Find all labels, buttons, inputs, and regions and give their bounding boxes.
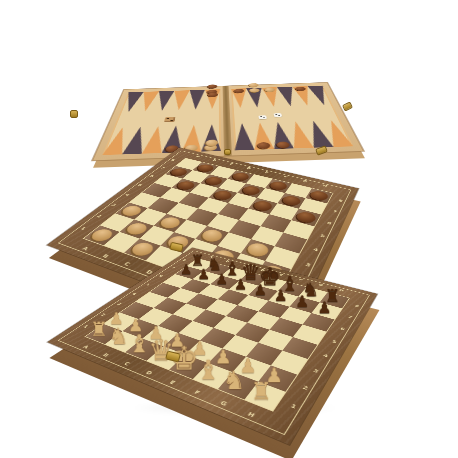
coordinate-label: E: [168, 380, 176, 386]
coordinate-label: E: [279, 274, 284, 277]
coordinate-label: 5: [145, 283, 151, 286]
coordinate-label: G: [302, 180, 308, 183]
coordinate-label: 7: [347, 315, 353, 319]
coordinate-label: 8: [182, 259, 187, 261]
coordinate-label: 4: [124, 193, 130, 196]
backgammon-half-right: [228, 82, 364, 156]
backgammon-half-left: [92, 86, 225, 161]
coordinate-label: 4: [322, 354, 328, 359]
coordinate-label: 5: [331, 340, 337, 344]
backgammon-point: [120, 92, 144, 112]
coordinate-label: 6: [149, 175, 155, 178]
coordinate-label: 2: [100, 313, 107, 317]
coordinate-label: C: [242, 264, 247, 267]
coordinate-label: 7: [170, 267, 175, 270]
coordinate-label: 1: [290, 403, 298, 409]
coordinate-label: C: [123, 262, 131, 267]
coordinate-label: F: [298, 279, 303, 282]
backgammon-point: [233, 123, 254, 151]
coordinate-label: 3: [305, 262, 312, 267]
coordinate-label: 4: [131, 292, 137, 295]
backgammon-checker-brown: [208, 84, 218, 88]
coordinate-label: B: [102, 353, 110, 358]
backgammon-point: [142, 126, 167, 154]
coordinate-label: G: [219, 400, 228, 407]
coordinate-label: 8: [338, 199, 343, 203]
brass-hinge-icon: [342, 101, 353, 111]
coordinate-label: 7: [332, 210, 337, 214]
coordinate-label: F: [283, 175, 288, 178]
coordinate-label: C: [123, 361, 131, 366]
product-photo-stage: AABBCCDDEEFFGGHH8877665544332211 AABBCCD…: [0, 0, 458, 458]
coordinate-label: 7: [160, 167, 165, 170]
backgammon-checker-tan: [248, 83, 258, 87]
coordinate-label: 1: [79, 226, 86, 230]
white-die: [258, 115, 266, 119]
coordinate-label: A: [208, 256, 213, 258]
coordinate-label: 5: [137, 184, 143, 187]
coordinate-label: 2: [302, 385, 309, 391]
coordinate-label: C: [229, 163, 234, 166]
coordinate-label: F: [193, 390, 201, 396]
coordinate-label: 4: [313, 248, 319, 253]
backgammon-field: [231, 86, 353, 151]
coordinate-label: 3: [116, 302, 122, 305]
coordinate-label: 1: [82, 325, 89, 329]
coordinate-label: A: [196, 155, 201, 158]
brass-clasp-knob-icon: [70, 110, 78, 118]
coordinate-label: H: [339, 289, 345, 292]
coordinate-label: B: [212, 159, 217, 162]
backgammon-field: [102, 89, 221, 155]
coordinate-label: B: [101, 254, 109, 259]
white-die: [273, 113, 282, 117]
coordinate-label: A: [82, 345, 90, 350]
coordinate-label: 8: [354, 304, 359, 307]
coordinate-label: 3: [110, 203, 117, 207]
coordinate-label: E: [264, 171, 269, 174]
backgammon-point: [187, 90, 205, 110]
backgammon-point: [170, 90, 189, 110]
coordinate-label: 6: [326, 221, 332, 225]
coordinate-label: 6: [340, 327, 346, 331]
backgammon-point: [308, 86, 333, 106]
coordinate-label: B: [225, 260, 230, 263]
coordinate-label: 8: [170, 159, 175, 162]
coordinate-label: G: [318, 284, 324, 287]
coordinate-label: 2: [95, 214, 102, 218]
coordinate-label: 3: [312, 369, 319, 374]
coordinate-label: 6: [158, 275, 164, 278]
coordinate-label: D: [145, 370, 154, 376]
coordinate-label: D: [260, 269, 266, 272]
wooden-die: [164, 117, 175, 122]
coordinate-label: A: [81, 246, 89, 251]
coordinate-label: D: [246, 167, 252, 170]
brass-hinge-icon: [224, 149, 231, 155]
coordinate-label: 5: [320, 234, 326, 238]
coordinate-label: H: [247, 411, 256, 418]
coordinate-label: H: [322, 184, 328, 187]
